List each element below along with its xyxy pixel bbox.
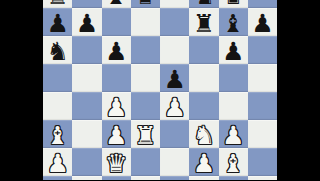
square-g7[interactable]: ♝ bbox=[219, 8, 248, 36]
letterbox-left-bar bbox=[0, 0, 43, 180]
piece-black-rook: ♜ bbox=[46, 0, 68, 8]
square-d6[interactable] bbox=[131, 36, 160, 64]
square-h8[interactable] bbox=[248, 0, 277, 8]
square-b3[interactable] bbox=[72, 120, 101, 148]
piece-white-pawn: ♟ bbox=[46, 151, 68, 176]
piece-black-bishop: ♝ bbox=[222, 11, 244, 36]
square-h2[interactable] bbox=[248, 148, 277, 176]
square-b1[interactable] bbox=[72, 176, 101, 180]
piece-white-bishop: ♝ bbox=[46, 123, 68, 148]
square-h4[interactable] bbox=[248, 92, 277, 120]
square-d4[interactable] bbox=[131, 92, 160, 120]
piece-white-rook: ♜ bbox=[46, 179, 68, 181]
piece-black-pawn: ♟ bbox=[222, 39, 244, 64]
square-g1[interactable]: ♚ bbox=[219, 176, 248, 180]
piece-black-pawn: ♟ bbox=[105, 39, 127, 64]
square-e8[interactable] bbox=[160, 0, 189, 8]
square-d8[interactable]: ♛ bbox=[131, 0, 160, 8]
square-a5[interactable] bbox=[43, 64, 72, 92]
piece-black-pawn: ♟ bbox=[76, 11, 98, 36]
square-f7[interactable]: ♜ bbox=[189, 8, 218, 36]
square-b8[interactable] bbox=[72, 0, 101, 8]
square-f4[interactable] bbox=[189, 92, 218, 120]
square-h3[interactable] bbox=[248, 120, 277, 148]
piece-black-rook: ♜ bbox=[193, 11, 215, 36]
piece-white-bishop: ♝ bbox=[222, 151, 244, 176]
piece-black-pawn: ♟ bbox=[163, 67, 185, 92]
piece-white-king: ♚ bbox=[222, 179, 244, 181]
square-a2[interactable]: ♟ bbox=[43, 148, 72, 176]
square-b5[interactable] bbox=[72, 64, 101, 92]
square-b7[interactable]: ♟ bbox=[72, 8, 101, 36]
square-f6[interactable] bbox=[189, 36, 218, 64]
square-e1[interactable] bbox=[160, 176, 189, 180]
square-e5[interactable]: ♟ bbox=[160, 64, 189, 92]
square-e2[interactable] bbox=[160, 148, 189, 176]
square-c8[interactable]: ♝ bbox=[102, 0, 131, 8]
piece-white-knight: ♞ bbox=[193, 123, 215, 148]
square-a8[interactable]: ♜ bbox=[43, 0, 72, 8]
square-b6[interactable] bbox=[72, 36, 101, 64]
square-h6[interactable] bbox=[248, 36, 277, 64]
square-e7[interactable] bbox=[160, 8, 189, 36]
square-f8[interactable]: ♞ bbox=[189, 0, 218, 8]
square-g8[interactable]: ♚ bbox=[219, 0, 248, 8]
square-e4[interactable]: ♟ bbox=[160, 92, 189, 120]
square-f3[interactable]: ♞ bbox=[189, 120, 218, 148]
square-a7[interactable]: ♟ bbox=[43, 8, 72, 36]
chess-board: ♜♝♛♞♚♟♟♜♝♟♞♟♟♟♟♟♝♟♜♞♟♟♛♟♝♜♚ bbox=[43, 0, 277, 180]
square-b2[interactable] bbox=[72, 148, 101, 176]
square-g4[interactable] bbox=[219, 92, 248, 120]
square-f2[interactable]: ♟ bbox=[189, 148, 218, 176]
piece-white-queen: ♛ bbox=[105, 151, 127, 176]
piece-white-pawn: ♟ bbox=[193, 151, 215, 176]
square-g6[interactable]: ♟ bbox=[219, 36, 248, 64]
square-c7[interactable] bbox=[102, 8, 131, 36]
square-c6[interactable]: ♟ bbox=[102, 36, 131, 64]
square-e3[interactable] bbox=[160, 120, 189, 148]
square-b4[interactable] bbox=[72, 92, 101, 120]
square-c5[interactable] bbox=[102, 64, 131, 92]
piece-white-rook: ♜ bbox=[134, 123, 156, 148]
video-frame: ♜♝♛♞♚♟♟♜♝♟♞♟♟♟♟♟♝♟♜♞♟♟♛♟♝♜♚ bbox=[0, 0, 320, 180]
piece-black-knight: ♞ bbox=[46, 39, 68, 64]
piece-white-pawn: ♟ bbox=[222, 123, 244, 148]
square-a4[interactable] bbox=[43, 92, 72, 120]
square-h7[interactable]: ♟ bbox=[248, 8, 277, 36]
square-d3[interactable]: ♜ bbox=[131, 120, 160, 148]
piece-black-bishop: ♝ bbox=[105, 0, 127, 8]
square-d2[interactable] bbox=[131, 148, 160, 176]
square-c4[interactable]: ♟ bbox=[102, 92, 131, 120]
piece-white-pawn: ♟ bbox=[105, 123, 127, 148]
square-e6[interactable] bbox=[160, 36, 189, 64]
piece-white-pawn: ♟ bbox=[105, 95, 127, 120]
square-g5[interactable] bbox=[219, 64, 248, 92]
square-d5[interactable] bbox=[131, 64, 160, 92]
piece-black-queen: ♛ bbox=[134, 0, 156, 8]
square-f1[interactable] bbox=[189, 176, 218, 180]
piece-white-pawn: ♟ bbox=[163, 95, 185, 120]
piece-black-king: ♚ bbox=[222, 0, 244, 8]
square-c1[interactable] bbox=[102, 176, 131, 180]
square-c3[interactable]: ♟ bbox=[102, 120, 131, 148]
square-h1[interactable] bbox=[248, 176, 277, 180]
square-d7[interactable] bbox=[131, 8, 160, 36]
square-a1[interactable]: ♜ bbox=[43, 176, 72, 180]
square-h5[interactable] bbox=[248, 64, 277, 92]
piece-black-pawn: ♟ bbox=[251, 11, 273, 36]
letterbox-right-bar bbox=[277, 0, 320, 180]
square-g3[interactable]: ♟ bbox=[219, 120, 248, 148]
square-c2[interactable]: ♛ bbox=[102, 148, 131, 176]
piece-black-knight: ♞ bbox=[193, 0, 215, 8]
square-a3[interactable]: ♝ bbox=[43, 120, 72, 148]
square-f5[interactable] bbox=[189, 64, 218, 92]
square-g2[interactable]: ♝ bbox=[219, 148, 248, 176]
square-d1[interactable] bbox=[131, 176, 160, 180]
square-a6[interactable]: ♞ bbox=[43, 36, 72, 64]
piece-black-pawn: ♟ bbox=[46, 11, 68, 36]
